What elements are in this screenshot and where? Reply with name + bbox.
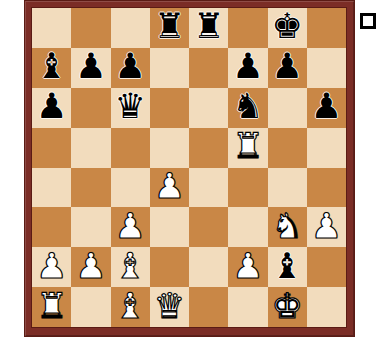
square-h4[interactable]: [307, 168, 346, 208]
square-g3[interactable]: ♞: [268, 207, 307, 247]
square-b2[interactable]: ♟: [71, 247, 110, 287]
piece-white-bishop: ♝: [114, 249, 145, 284]
square-c5[interactable]: [111, 128, 150, 168]
piece-black-bishop: ♝: [271, 249, 302, 284]
piece-white-pawn: ♟: [75, 249, 106, 284]
square-c4[interactable]: [111, 168, 150, 208]
square-f6[interactable]: ♞: [228, 88, 267, 128]
piece-white-rook: ♜: [232, 129, 263, 164]
piece-black-bishop: ♝: [36, 49, 67, 84]
square-d8[interactable]: ♜: [150, 8, 189, 48]
square-e8[interactable]: ♜: [189, 8, 228, 48]
square-h7[interactable]: [307, 48, 346, 88]
square-b4[interactable]: [71, 168, 110, 208]
square-e6[interactable]: [189, 88, 228, 128]
square-e2[interactable]: [189, 247, 228, 287]
square-h3[interactable]: ♟: [307, 207, 346, 247]
piece-black-rook: ♜: [154, 9, 185, 44]
piece-white-queen: ♛: [154, 289, 185, 324]
square-c7[interactable]: ♟: [111, 48, 150, 88]
square-c6[interactable]: ♛: [111, 88, 150, 128]
square-d4[interactable]: ♟: [150, 168, 189, 208]
square-b7[interactable]: ♟: [71, 48, 110, 88]
piece-white-knight: ♞: [271, 209, 302, 244]
square-f2[interactable]: ♟: [228, 247, 267, 287]
square-c8[interactable]: [111, 8, 150, 48]
square-a8[interactable]: [32, 8, 71, 48]
square-d1[interactable]: ♛: [150, 287, 189, 327]
square-h6[interactable]: ♟: [307, 88, 346, 128]
square-a7[interactable]: ♝: [32, 48, 71, 88]
square-d2[interactable]: [150, 247, 189, 287]
square-b8[interactable]: [71, 8, 110, 48]
square-g7[interactable]: ♟: [268, 48, 307, 88]
square-e3[interactable]: [189, 207, 228, 247]
white-to-move-indicator: [360, 13, 376, 29]
square-a2[interactable]: ♟: [32, 247, 71, 287]
piece-white-pawn: ♟: [114, 209, 145, 244]
square-c3[interactable]: ♟: [111, 207, 150, 247]
chess-board-frame: ♜♜♚♝♟♟♟♟♟♛♞♟♜♟♟♞♟♟♟♝♟♝♜♝♛♚: [24, 0, 355, 337]
square-g5[interactable]: [268, 128, 307, 168]
square-e7[interactable]: [189, 48, 228, 88]
square-a3[interactable]: [32, 207, 71, 247]
square-g8[interactable]: ♚: [268, 8, 307, 48]
piece-black-queen: ♛: [114, 89, 145, 124]
piece-black-knight: ♞: [232, 89, 263, 124]
square-f4[interactable]: [228, 168, 267, 208]
square-a1[interactable]: ♜: [32, 287, 71, 327]
square-b5[interactable]: [71, 128, 110, 168]
square-f1[interactable]: [228, 287, 267, 327]
square-h5[interactable]: [307, 128, 346, 168]
square-e1[interactable]: [189, 287, 228, 327]
chess-diagram-page: ♜♜♚♝♟♟♟♟♟♛♞♟♜♟♟♞♟♟♟♝♟♝♜♝♛♚: [0, 0, 381, 337]
square-c1[interactable]: ♝: [111, 287, 150, 327]
piece-black-pawn: ♟: [36, 89, 67, 124]
square-d5[interactable]: [150, 128, 189, 168]
piece-white-pawn: ♟: [232, 249, 263, 284]
square-b6[interactable]: [71, 88, 110, 128]
square-g2[interactable]: ♝: [268, 247, 307, 287]
piece-white-pawn: ♟: [36, 249, 67, 284]
square-h2[interactable]: [307, 247, 346, 287]
square-f3[interactable]: [228, 207, 267, 247]
square-e5[interactable]: [189, 128, 228, 168]
piece-black-pawn: ♟: [271, 49, 302, 84]
square-g1[interactable]: ♚: [268, 287, 307, 327]
square-e4[interactable]: [189, 168, 228, 208]
square-g6[interactable]: [268, 88, 307, 128]
square-b3[interactable]: [71, 207, 110, 247]
square-c2[interactable]: ♝: [111, 247, 150, 287]
piece-white-king: ♚: [271, 289, 302, 324]
piece-black-pawn: ♟: [232, 49, 263, 84]
square-b1[interactable]: [71, 287, 110, 327]
square-d3[interactable]: [150, 207, 189, 247]
square-f8[interactable]: [228, 8, 267, 48]
piece-black-king: ♚: [271, 9, 302, 44]
square-h8[interactable]: [307, 8, 346, 48]
square-a4[interactable]: [32, 168, 71, 208]
piece-white-pawn: ♟: [311, 209, 342, 244]
square-a5[interactable]: [32, 128, 71, 168]
chess-board: ♜♜♚♝♟♟♟♟♟♛♞♟♜♟♟♞♟♟♟♝♟♝♜♝♛♚: [31, 7, 347, 328]
piece-black-pawn: ♟: [311, 89, 342, 124]
square-g4[interactable]: [268, 168, 307, 208]
piece-white-pawn: ♟: [154, 169, 185, 204]
piece-black-pawn: ♟: [114, 49, 145, 84]
piece-black-pawn: ♟: [75, 49, 106, 84]
square-d7[interactable]: [150, 48, 189, 88]
piece-black-rook: ♜: [193, 9, 224, 44]
piece-white-bishop: ♝: [114, 289, 145, 324]
square-h1[interactable]: [307, 287, 346, 327]
square-f7[interactable]: ♟: [228, 48, 267, 88]
square-a6[interactable]: ♟: [32, 88, 71, 128]
piece-white-rook: ♜: [36, 289, 67, 324]
square-d6[interactable]: [150, 88, 189, 128]
square-f5[interactable]: ♜: [228, 128, 267, 168]
